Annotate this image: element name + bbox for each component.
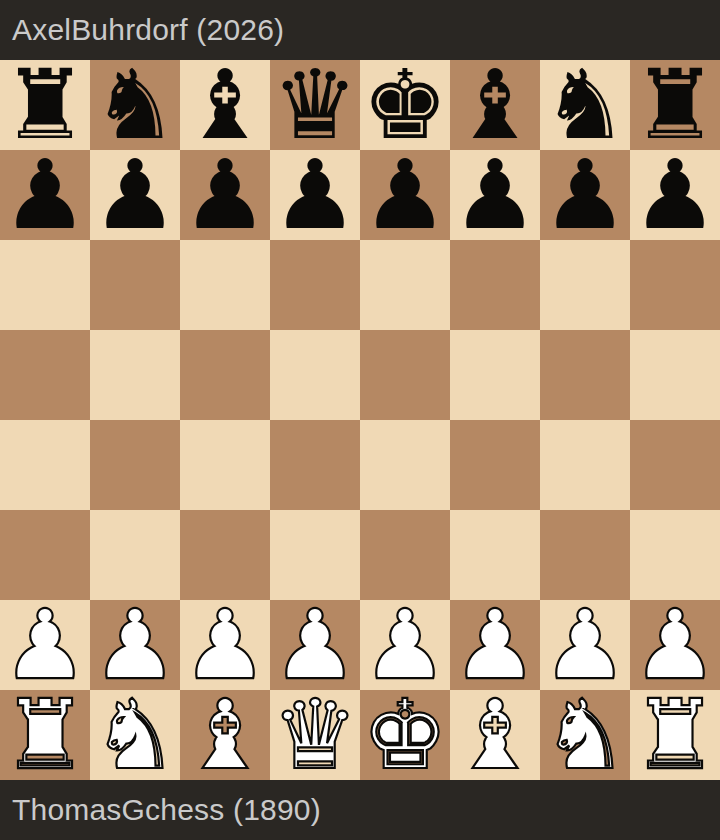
- piece-black-pawn[interactable]: ♟: [182, 150, 268, 240]
- piece-white-rook[interactable]: ♜: [2, 690, 88, 780]
- square-b2[interactable]: ♟: [90, 600, 180, 690]
- piece-white-knight[interactable]: ♞: [542, 690, 628, 780]
- square-a1[interactable]: ♜: [0, 690, 90, 780]
- square-h3[interactable]: [630, 510, 720, 600]
- square-f1[interactable]: ♝: [450, 690, 540, 780]
- square-b1[interactable]: ♞: [90, 690, 180, 780]
- square-c2[interactable]: ♟: [180, 600, 270, 690]
- square-a4[interactable]: [0, 420, 90, 510]
- piece-white-king[interactable]: ♚: [362, 690, 448, 780]
- square-e2[interactable]: ♟: [360, 600, 450, 690]
- square-b5[interactable]: [90, 330, 180, 420]
- square-a2[interactable]: ♟: [0, 600, 90, 690]
- square-b3[interactable]: [90, 510, 180, 600]
- square-f6[interactable]: [450, 240, 540, 330]
- square-f4[interactable]: [450, 420, 540, 510]
- square-a7[interactable]: ♟: [0, 150, 90, 240]
- piece-white-rook[interactable]: ♜: [632, 690, 718, 780]
- square-g8[interactable]: ♞: [540, 60, 630, 150]
- piece-black-pawn[interactable]: ♟: [2, 150, 88, 240]
- square-f8[interactable]: ♝: [450, 60, 540, 150]
- piece-white-pawn[interactable]: ♟: [362, 600, 448, 690]
- square-g1[interactable]: ♞: [540, 690, 630, 780]
- square-f5[interactable]: [450, 330, 540, 420]
- square-c5[interactable]: [180, 330, 270, 420]
- square-g5[interactable]: [540, 330, 630, 420]
- square-g6[interactable]: [540, 240, 630, 330]
- square-c6[interactable]: [180, 240, 270, 330]
- square-g4[interactable]: [540, 420, 630, 510]
- chess-board: ♜♞♝♛♚♝♞♜♟♟♟♟♟♟♟♟♟♟♟♟♟♟♟♟♜♞♝♛♚♝♞♜: [0, 60, 720, 780]
- piece-white-pawn[interactable]: ♟: [542, 600, 628, 690]
- square-b8[interactable]: ♞: [90, 60, 180, 150]
- square-c3[interactable]: [180, 510, 270, 600]
- square-d6[interactable]: [270, 240, 360, 330]
- square-a8[interactable]: ♜: [0, 60, 90, 150]
- piece-black-rook[interactable]: ♜: [2, 60, 88, 150]
- square-b6[interactable]: [90, 240, 180, 330]
- square-d3[interactable]: [270, 510, 360, 600]
- square-h5[interactable]: [630, 330, 720, 420]
- square-a6[interactable]: [0, 240, 90, 330]
- piece-black-pawn[interactable]: ♟: [272, 150, 358, 240]
- square-d2[interactable]: ♟: [270, 600, 360, 690]
- piece-black-knight[interactable]: ♞: [542, 60, 628, 150]
- square-a5[interactable]: [0, 330, 90, 420]
- square-f7[interactable]: ♟: [450, 150, 540, 240]
- piece-black-knight[interactable]: ♞: [92, 60, 178, 150]
- square-h8[interactable]: ♜: [630, 60, 720, 150]
- square-e7[interactable]: ♟: [360, 150, 450, 240]
- bottom-player-bar: ThomasGchess (1890): [0, 780, 720, 840]
- square-h2[interactable]: ♟: [630, 600, 720, 690]
- piece-black-pawn[interactable]: ♟: [452, 150, 538, 240]
- square-h4[interactable]: [630, 420, 720, 510]
- square-d8[interactable]: ♛: [270, 60, 360, 150]
- piece-black-bishop[interactable]: ♝: [452, 60, 538, 150]
- square-e5[interactable]: [360, 330, 450, 420]
- square-h1[interactable]: ♜: [630, 690, 720, 780]
- square-c4[interactable]: [180, 420, 270, 510]
- piece-white-pawn[interactable]: ♟: [2, 600, 88, 690]
- square-f2[interactable]: ♟: [450, 600, 540, 690]
- piece-black-pawn[interactable]: ♟: [92, 150, 178, 240]
- piece-black-pawn[interactable]: ♟: [542, 150, 628, 240]
- piece-black-pawn[interactable]: ♟: [362, 150, 448, 240]
- square-c8[interactable]: ♝: [180, 60, 270, 150]
- piece-black-bishop[interactable]: ♝: [182, 60, 268, 150]
- square-c7[interactable]: ♟: [180, 150, 270, 240]
- square-d5[interactable]: [270, 330, 360, 420]
- piece-white-bishop[interactable]: ♝: [452, 690, 538, 780]
- piece-white-knight[interactable]: ♞: [92, 690, 178, 780]
- square-d4[interactable]: [270, 420, 360, 510]
- piece-white-pawn[interactable]: ♟: [182, 600, 268, 690]
- square-g2[interactable]: ♟: [540, 600, 630, 690]
- bottom-player-name: ThomasGchess (1890): [12, 793, 321, 827]
- piece-white-pawn[interactable]: ♟: [92, 600, 178, 690]
- chess-game-view: AxelBuhrdorf (2026) ♜♞♝♛♚♝♞♜♟♟♟♟♟♟♟♟♟♟♟♟…: [0, 0, 720, 840]
- square-e8[interactable]: ♚: [360, 60, 450, 150]
- square-h7[interactable]: ♟: [630, 150, 720, 240]
- top-player-name: AxelBuhrdorf (2026): [12, 13, 284, 47]
- piece-black-king[interactable]: ♚: [362, 60, 448, 150]
- square-g7[interactable]: ♟: [540, 150, 630, 240]
- piece-black-rook[interactable]: ♜: [632, 60, 718, 150]
- square-d7[interactable]: ♟: [270, 150, 360, 240]
- square-h6[interactable]: [630, 240, 720, 330]
- square-b4[interactable]: [90, 420, 180, 510]
- piece-white-pawn[interactable]: ♟: [452, 600, 538, 690]
- square-f3[interactable]: [450, 510, 540, 600]
- piece-white-queen[interactable]: ♛: [272, 690, 358, 780]
- square-e6[interactable]: [360, 240, 450, 330]
- square-c1[interactable]: ♝: [180, 690, 270, 780]
- square-g3[interactable]: [540, 510, 630, 600]
- square-b7[interactable]: ♟: [90, 150, 180, 240]
- square-e3[interactable]: [360, 510, 450, 600]
- square-e1[interactable]: ♚: [360, 690, 450, 780]
- piece-white-pawn[interactable]: ♟: [632, 600, 718, 690]
- square-a3[interactable]: [0, 510, 90, 600]
- piece-white-pawn[interactable]: ♟: [272, 600, 358, 690]
- piece-white-bishop[interactable]: ♝: [182, 690, 268, 780]
- square-d1[interactable]: ♛: [270, 690, 360, 780]
- piece-black-pawn[interactable]: ♟: [632, 150, 718, 240]
- piece-black-queen[interactable]: ♛: [272, 60, 358, 150]
- square-e4[interactable]: [360, 420, 450, 510]
